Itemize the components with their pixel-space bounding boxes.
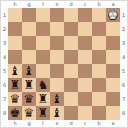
square-h7[interactable]: ♛ bbox=[8, 92, 22, 106]
square-g8[interactable]: ♛ bbox=[22, 106, 36, 120]
file-label: c bbox=[78, 1, 92, 8]
square-c8[interactable] bbox=[78, 106, 92, 120]
square-a1[interactable]: ♚ bbox=[106, 8, 120, 22]
square-a2[interactable] bbox=[106, 22, 120, 36]
square-d5[interactable] bbox=[64, 64, 78, 78]
file-labels-top: hgfedcba bbox=[8, 1, 120, 8]
file-label: c bbox=[78, 120, 92, 127]
square-b3[interactable] bbox=[92, 36, 106, 50]
chess-board-screenshot: hgfedcba hgfedcba 12345678 12345678 ♚♝♝♜… bbox=[0, 0, 128, 128]
piece-black-bishop[interactable]: ♝ bbox=[50, 106, 64, 120]
square-b2[interactable] bbox=[92, 22, 106, 36]
file-labels-bottom: hgfedcba bbox=[8, 120, 120, 127]
piece-black-knight[interactable]: ♞ bbox=[36, 78, 50, 92]
piece-black-rook[interactable]: ♜ bbox=[8, 78, 22, 92]
square-g3[interactable] bbox=[22, 36, 36, 50]
piece-black-bishop[interactable]: ♝ bbox=[8, 64, 22, 78]
piece-black-rook[interactable]: ♜ bbox=[36, 106, 50, 120]
square-a4[interactable] bbox=[106, 50, 120, 64]
square-d7[interactable] bbox=[64, 92, 78, 106]
rank-labels-left: 12345678 bbox=[1, 8, 8, 120]
rank-label: 8 bbox=[120, 106, 127, 120]
square-b7[interactable] bbox=[92, 92, 106, 106]
piece-white-king[interactable]: ♚ bbox=[106, 8, 120, 22]
rank-label: 8 bbox=[1, 106, 8, 120]
rank-label: 7 bbox=[1, 92, 8, 106]
file-label: b bbox=[92, 1, 106, 8]
square-h6[interactable]: ♜ bbox=[8, 78, 22, 92]
square-h4[interactable] bbox=[8, 50, 22, 64]
square-g1[interactable] bbox=[22, 8, 36, 22]
square-b8[interactable] bbox=[92, 106, 106, 120]
chess-board: ♚♝♝♜♜♞♛♛♜♝♚♛♜♝ bbox=[8, 8, 120, 120]
piece-black-queen[interactable]: ♛ bbox=[22, 106, 36, 120]
file-label: e bbox=[50, 120, 64, 127]
rank-label: 6 bbox=[120, 78, 127, 92]
rank-label: 6 bbox=[1, 78, 8, 92]
square-f8[interactable]: ♜ bbox=[36, 106, 50, 120]
square-f6[interactable]: ♞ bbox=[36, 78, 50, 92]
square-g6[interactable]: ♜ bbox=[22, 78, 36, 92]
square-e1[interactable] bbox=[50, 8, 64, 22]
square-d1[interactable] bbox=[64, 8, 78, 22]
square-e5[interactable] bbox=[50, 64, 64, 78]
square-e3[interactable] bbox=[50, 36, 64, 50]
square-a5[interactable] bbox=[106, 64, 120, 78]
file-label: d bbox=[64, 1, 78, 8]
square-e2[interactable] bbox=[50, 22, 64, 36]
file-label: f bbox=[36, 1, 50, 8]
square-h5[interactable]: ♝ bbox=[8, 64, 22, 78]
rank-label: 1 bbox=[120, 8, 127, 22]
square-g4[interactable] bbox=[22, 50, 36, 64]
square-h8[interactable]: ♚ bbox=[8, 106, 22, 120]
rank-label: 3 bbox=[120, 36, 127, 50]
rank-label: 2 bbox=[120, 22, 127, 36]
square-d6[interactable] bbox=[64, 78, 78, 92]
square-f4[interactable] bbox=[36, 50, 50, 64]
square-e7[interactable]: ♝ bbox=[50, 92, 64, 106]
piece-black-rook[interactable]: ♜ bbox=[36, 92, 50, 106]
square-c3[interactable] bbox=[78, 36, 92, 50]
square-b1[interactable] bbox=[92, 8, 106, 22]
square-h2[interactable] bbox=[8, 22, 22, 36]
file-label: d bbox=[64, 120, 78, 127]
square-d4[interactable] bbox=[64, 50, 78, 64]
square-f1[interactable] bbox=[36, 8, 50, 22]
square-c6[interactable] bbox=[78, 78, 92, 92]
rank-label: 4 bbox=[1, 50, 8, 64]
square-b4[interactable] bbox=[92, 50, 106, 64]
rank-label: 5 bbox=[120, 64, 127, 78]
square-e8[interactable]: ♝ bbox=[50, 106, 64, 120]
square-b5[interactable] bbox=[92, 64, 106, 78]
square-b6[interactable] bbox=[92, 78, 106, 92]
square-c1[interactable] bbox=[78, 8, 92, 22]
square-f5[interactable] bbox=[36, 64, 50, 78]
square-a8[interactable] bbox=[106, 106, 120, 120]
square-f7[interactable]: ♜ bbox=[36, 92, 50, 106]
rank-label: 4 bbox=[120, 50, 127, 64]
rank-label: 5 bbox=[1, 64, 8, 78]
piece-black-queen[interactable]: ♛ bbox=[22, 92, 36, 106]
square-c5[interactable] bbox=[78, 64, 92, 78]
square-c4[interactable] bbox=[78, 50, 92, 64]
rank-label: 2 bbox=[1, 22, 8, 36]
piece-black-king[interactable]: ♚ bbox=[8, 106, 22, 120]
square-a7[interactable] bbox=[106, 92, 120, 106]
piece-black-bishop[interactable]: ♝ bbox=[22, 64, 36, 78]
file-label: a bbox=[106, 1, 120, 8]
square-f2[interactable] bbox=[36, 22, 50, 36]
rank-labels-right: 12345678 bbox=[120, 8, 127, 120]
square-a3[interactable] bbox=[106, 36, 120, 50]
piece-black-rook[interactable]: ♜ bbox=[22, 78, 36, 92]
piece-black-bishop[interactable]: ♝ bbox=[50, 92, 64, 106]
square-g5[interactable]: ♝ bbox=[22, 64, 36, 78]
square-c7[interactable] bbox=[78, 92, 92, 106]
square-h1[interactable] bbox=[8, 8, 22, 22]
square-c2[interactable] bbox=[78, 22, 92, 36]
square-e6[interactable] bbox=[50, 78, 64, 92]
rank-label: 1 bbox=[1, 8, 8, 22]
square-d8[interactable] bbox=[64, 106, 78, 120]
file-label: h bbox=[8, 120, 22, 127]
square-h3[interactable] bbox=[8, 36, 22, 50]
rank-label: 7 bbox=[120, 92, 127, 106]
square-d3[interactable] bbox=[64, 36, 78, 50]
file-label: h bbox=[8, 1, 22, 8]
file-label: b bbox=[92, 120, 106, 127]
square-e4[interactable] bbox=[50, 50, 64, 64]
file-label: e bbox=[50, 1, 64, 8]
square-g2[interactable] bbox=[22, 22, 36, 36]
rank-label: 3 bbox=[1, 36, 8, 50]
square-g7[interactable]: ♛ bbox=[22, 92, 36, 106]
square-a6[interactable] bbox=[106, 78, 120, 92]
square-d2[interactable] bbox=[64, 22, 78, 36]
piece-black-queen[interactable]: ♛ bbox=[8, 92, 22, 106]
file-label: g bbox=[22, 1, 36, 8]
file-label: g bbox=[22, 120, 36, 127]
file-label: a bbox=[106, 120, 120, 127]
square-f3[interactable] bbox=[36, 36, 50, 50]
file-label: f bbox=[36, 120, 50, 127]
